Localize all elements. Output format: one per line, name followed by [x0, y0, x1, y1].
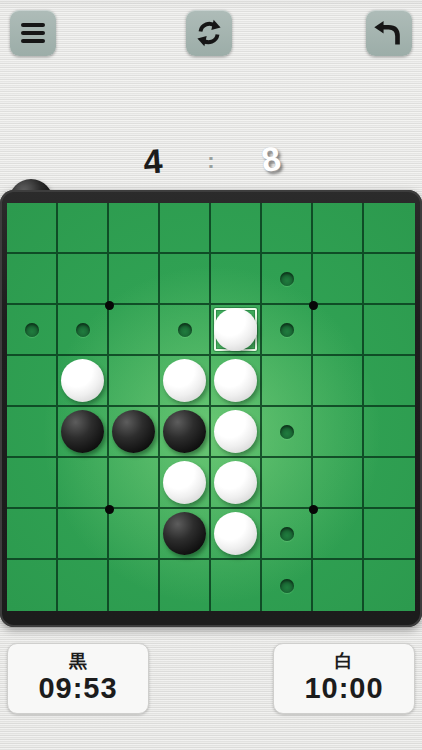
black-stone — [112, 410, 155, 453]
black-stone — [163, 512, 206, 555]
board-cell[interactable] — [313, 356, 364, 407]
app-background: 4 : 8 2P 黒 09:53 白 10:00 — [0, 0, 422, 750]
white-score: 8 — [233, 135, 308, 184]
board-cell[interactable] — [109, 458, 160, 509]
legal-move-hint-dot — [280, 579, 294, 593]
white-stone — [214, 308, 257, 351]
board-cell[interactable] — [211, 356, 262, 407]
board-cell[interactable] — [262, 458, 313, 509]
board-cell[interactable] — [313, 560, 364, 611]
board-cell[interactable] — [364, 356, 415, 407]
board-cell[interactable] — [313, 509, 364, 560]
refresh-icon — [192, 16, 226, 50]
legal-move-hint-dot — [280, 323, 294, 337]
white-stone — [214, 359, 257, 402]
board-cell[interactable] — [7, 254, 58, 305]
board-cell[interactable] — [160, 305, 211, 356]
board-cell[interactable] — [313, 203, 364, 254]
white-stone — [163, 359, 206, 402]
board-cell[interactable] — [364, 509, 415, 560]
board-cell[interactable] — [313, 458, 364, 509]
board-cell[interactable] — [58, 203, 109, 254]
black-score: 4 — [117, 140, 190, 184]
board-star-point — [309, 505, 318, 514]
board-cell[interactable] — [109, 305, 160, 356]
white-timer-label: 白 — [335, 652, 353, 672]
board-cell[interactable] — [58, 356, 109, 407]
board-cell[interactable] — [160, 356, 211, 407]
board-cell[interactable] — [262, 254, 313, 305]
board-cell[interactable] — [7, 407, 58, 458]
board-cell[interactable] — [109, 509, 160, 560]
board-cell[interactable] — [364, 458, 415, 509]
menu-button[interactable] — [10, 10, 56, 56]
board-cell[interactable] — [364, 203, 415, 254]
board-star-point — [105, 505, 114, 514]
board-cell[interactable] — [364, 560, 415, 611]
board-cell[interactable] — [262, 203, 313, 254]
board-cell[interactable] — [364, 407, 415, 458]
white-stone — [61, 359, 104, 402]
board-cell[interactable] — [7, 509, 58, 560]
board-cell[interactable] — [7, 560, 58, 611]
board-cell[interactable] — [58, 458, 109, 509]
board-cell[interactable] — [160, 203, 211, 254]
board-cell[interactable] — [262, 509, 313, 560]
legal-move-hint-dot — [178, 323, 192, 337]
board-cell[interactable] — [109, 407, 160, 458]
legal-move-hint-dot — [76, 323, 90, 337]
board-cell[interactable] — [211, 407, 262, 458]
board-cell[interactable] — [262, 560, 313, 611]
board-cell[interactable] — [58, 305, 109, 356]
board-cell[interactable] — [160, 560, 211, 611]
board-cell[interactable] — [364, 305, 415, 356]
board-cell[interactable] — [58, 560, 109, 611]
board-cell[interactable] — [262, 356, 313, 407]
board-cell[interactable] — [109, 254, 160, 305]
board-grid — [7, 203, 415, 611]
black-timer-time: 09:53 — [38, 673, 117, 705]
board-cell[interactable] — [211, 560, 262, 611]
board-cell[interactable] — [262, 305, 313, 356]
board-frame — [0, 190, 422, 627]
black-timer-panel: 黒 09:53 — [7, 643, 149, 714]
board-cell[interactable] — [7, 458, 58, 509]
board-cell[interactable] — [313, 254, 364, 305]
white-timer-time: 10:00 — [304, 673, 383, 705]
white-stone — [214, 512, 257, 555]
board-cell[interactable] — [160, 254, 211, 305]
board-cell[interactable] — [313, 407, 364, 458]
board-cell[interactable] — [109, 356, 160, 407]
black-stone — [163, 410, 206, 453]
board-cell[interactable] — [58, 254, 109, 305]
legal-move-hint-dot — [280, 272, 294, 286]
undo-button[interactable] — [366, 10, 412, 56]
board-cell[interactable] — [211, 203, 262, 254]
legal-move-hint-dot — [25, 323, 39, 337]
board-cell[interactable] — [109, 560, 160, 611]
hamburger-icon — [21, 23, 45, 43]
score-separator: : — [196, 148, 226, 174]
board-star-point — [309, 301, 318, 310]
white-stone — [163, 461, 206, 504]
board-cell[interactable] — [7, 305, 58, 356]
black-stone — [61, 410, 104, 453]
board-cell[interactable] — [262, 407, 313, 458]
undo-arrow-icon — [372, 16, 406, 50]
restart-button[interactable] — [186, 10, 232, 56]
board-cell[interactable] — [58, 509, 109, 560]
board-cell[interactable] — [211, 458, 262, 509]
board-star-point — [105, 301, 114, 310]
black-timer-label: 黒 — [69, 652, 87, 672]
score-panel: 4 : 8 2P — [0, 60, 422, 185]
board-cell[interactable] — [364, 254, 415, 305]
white-stone — [214, 410, 257, 453]
board-cell-last-move[interactable] — [211, 305, 262, 356]
board-cell[interactable] — [211, 254, 262, 305]
white-stone — [214, 461, 257, 504]
board-cell[interactable] — [7, 203, 58, 254]
white-timer-panel: 白 10:00 — [273, 643, 415, 714]
board-cell[interactable] — [160, 407, 211, 458]
board-cell[interactable] — [211, 509, 262, 560]
board-cell[interactable] — [313, 305, 364, 356]
board-cell[interactable] — [160, 509, 211, 560]
legal-move-hint-dot — [280, 527, 294, 541]
legal-move-hint-dot — [280, 425, 294, 439]
board-cell[interactable] — [7, 356, 58, 407]
board-cell[interactable] — [58, 407, 109, 458]
board-cell[interactable] — [160, 458, 211, 509]
board-cell[interactable] — [109, 203, 160, 254]
